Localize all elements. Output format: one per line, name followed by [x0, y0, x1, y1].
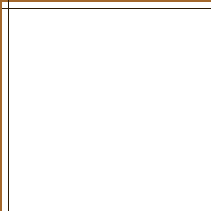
- board-background: [0, 0, 211, 211]
- board-border-left: [0, 0, 9, 211]
- board-border-top: [0, 0, 211, 9]
- go-diagram: [0, 0, 211, 211]
